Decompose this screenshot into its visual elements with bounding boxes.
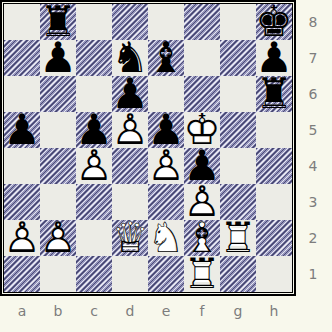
piece-black-pawn[interactable]: ♙♟ (256, 40, 292, 76)
piece-fill-glyph: ♗ (148, 40, 184, 76)
piece-white-pawn[interactable]: ♟♙ (184, 184, 220, 220)
file-label-e: e (148, 301, 184, 321)
piece-white-pawn[interactable]: ♟♙ (4, 220, 40, 256)
piece-white-pawn[interactable]: ♟♙ (112, 112, 148, 148)
square-h2[interactable] (256, 220, 292, 256)
square-f3[interactable]: ♟♙ (184, 184, 220, 220)
file-label-a: a (4, 301, 40, 321)
square-c6[interactable] (76, 76, 112, 112)
square-g5[interactable] (220, 112, 256, 148)
piece-fill-glyph: ♝ (184, 220, 220, 256)
piece-fill-glyph: ♞ (148, 220, 184, 256)
piece-fill-glyph: ♟ (76, 148, 112, 184)
square-d7[interactable]: ♘♞ (112, 40, 148, 76)
file-label-g: g (220, 301, 256, 321)
rank-label-6: 6 (300, 76, 326, 112)
piece-black-pawn[interactable]: ♙♟ (40, 40, 76, 76)
piece-black-pawn[interactable]: ♙♟ (148, 112, 184, 148)
file-label-b: b (40, 301, 76, 321)
square-c5[interactable]: ♙♟ (76, 112, 112, 148)
piece-black-bishop[interactable]: ♗♝ (148, 40, 184, 76)
piece-white-knight[interactable]: ♞♘ (148, 220, 184, 256)
piece-fill-glyph: ♜ (184, 256, 220, 292)
square-e2[interactable]: ♞♘ (148, 220, 184, 256)
square-c2[interactable] (76, 220, 112, 256)
square-b7[interactable]: ♙♟ (40, 40, 76, 76)
piece-fill-glyph: ♖ (40, 4, 76, 40)
piece-white-queen[interactable]: ♛♕ (112, 220, 148, 256)
square-d8[interactable] (112, 4, 148, 40)
piece-outline-glyph: ♟ (4, 112, 40, 148)
square-d4[interactable] (112, 148, 148, 184)
piece-white-rook[interactable]: ♜♖ (184, 256, 220, 292)
file-label-d: d (112, 301, 148, 321)
square-b3[interactable] (40, 184, 76, 220)
piece-outline-glyph: ♞ (112, 40, 148, 76)
square-g2[interactable]: ♜♖ (220, 220, 256, 256)
square-f6[interactable] (184, 76, 220, 112)
piece-outline-glyph: ♟ (184, 148, 220, 184)
piece-outline-glyph: ♔ (184, 112, 220, 148)
piece-fill-glyph: ♙ (256, 40, 292, 76)
piece-fill-glyph: ♟ (112, 112, 148, 148)
piece-outline-glyph: ♟ (256, 40, 292, 76)
square-d1[interactable] (112, 256, 148, 292)
piece-outline-glyph: ♚ (256, 4, 292, 40)
square-a5[interactable]: ♙♟ (4, 112, 40, 148)
square-e6[interactable] (148, 76, 184, 112)
square-g3[interactable] (220, 184, 256, 220)
square-g7[interactable] (220, 40, 256, 76)
square-d6[interactable]: ♙♟ (112, 76, 148, 112)
square-f8[interactable] (184, 4, 220, 40)
square-h4[interactable] (256, 148, 292, 184)
square-f5[interactable]: ♚♔ (184, 112, 220, 148)
piece-outline-glyph: ♖ (184, 256, 220, 292)
piece-black-king[interactable]: ♔♚ (256, 4, 292, 40)
piece-outline-glyph: ♟ (148, 112, 184, 148)
piece-outline-glyph: ♘ (148, 220, 184, 256)
piece-fill-glyph: ♟ (184, 184, 220, 220)
square-c8[interactable] (76, 4, 112, 40)
file-labels: abcdefgh (4, 301, 292, 321)
file-label-c: c (76, 301, 112, 321)
piece-white-pawn[interactable]: ♟♙ (76, 148, 112, 184)
square-c1[interactable] (76, 256, 112, 292)
piece-black-pawn[interactable]: ♙♟ (4, 112, 40, 148)
piece-fill-glyph: ♟ (40, 220, 76, 256)
square-a3[interactable] (4, 184, 40, 220)
piece-outline-glyph: ♜ (40, 4, 76, 40)
piece-fill-glyph: ♟ (4, 220, 40, 256)
piece-fill-glyph: ♙ (76, 112, 112, 148)
piece-white-pawn[interactable]: ♟♙ (40, 220, 76, 256)
piece-white-rook[interactable]: ♜♖ (220, 220, 256, 256)
square-h1[interactable] (256, 256, 292, 292)
rank-label-3: 3 (300, 184, 326, 220)
square-b5[interactable] (40, 112, 76, 148)
square-f2[interactable]: ♝♗ (184, 220, 220, 256)
square-e4[interactable]: ♟♙ (148, 148, 184, 184)
square-f7[interactable] (184, 40, 220, 76)
piece-outline-glyph: ♟ (76, 112, 112, 148)
piece-outline-glyph: ♙ (4, 220, 40, 256)
file-label-f: f (184, 301, 220, 321)
square-h3[interactable] (256, 184, 292, 220)
piece-outline-glyph: ♕ (112, 220, 148, 256)
piece-outline-glyph: ♙ (184, 184, 220, 220)
square-e8[interactable] (148, 4, 184, 40)
rank-label-5: 5 (300, 112, 326, 148)
square-d3[interactable] (112, 184, 148, 220)
piece-black-pawn[interactable]: ♙♟ (112, 76, 148, 112)
piece-fill-glyph: ♛ (112, 220, 148, 256)
piece-black-rook[interactable]: ♖♜ (256, 76, 292, 112)
square-g8[interactable] (220, 4, 256, 40)
rank-label-8: 8 (300, 4, 326, 40)
piece-fill-glyph: ♙ (4, 112, 40, 148)
piece-outline-glyph: ♜ (256, 76, 292, 112)
piece-outline-glyph: ♙ (148, 148, 184, 184)
square-g4[interactable] (220, 148, 256, 184)
square-a1[interactable] (4, 256, 40, 292)
rank-label-2: 2 (300, 220, 326, 256)
piece-black-pawn[interactable]: ♙♟ (76, 112, 112, 148)
piece-black-rook[interactable]: ♖♜ (40, 4, 76, 40)
square-e1[interactable] (148, 256, 184, 292)
piece-fill-glyph: ♟ (148, 148, 184, 184)
square-f4[interactable]: ♙♟ (184, 148, 220, 184)
square-b2[interactable]: ♟♙ (40, 220, 76, 256)
square-e3[interactable] (148, 184, 184, 220)
square-h7[interactable]: ♙♟ (256, 40, 292, 76)
piece-outline-glyph: ♙ (76, 148, 112, 184)
piece-fill-glyph: ♙ (148, 112, 184, 148)
square-b8[interactable]: ♖♜ (40, 4, 76, 40)
rank-label-1: 1 (300, 256, 326, 292)
piece-black-pawn[interactable]: ♙♟ (184, 148, 220, 184)
piece-outline-glyph: ♟ (40, 40, 76, 76)
rank-label-7: 7 (300, 40, 326, 76)
chess-board: ♖♜♔♚♙♟♘♞♗♝♙♟♙♟♖♜♙♟♙♟♟♙♙♟♚♔♟♙♟♙♙♟♟♙♟♙♟♙♛♕… (3, 3, 293, 293)
piece-outline-glyph: ♖ (220, 220, 256, 256)
square-e7[interactable]: ♗♝ (148, 40, 184, 76)
square-d5[interactable]: ♟♙ (112, 112, 148, 148)
piece-white-bishop[interactable]: ♝♗ (184, 220, 220, 256)
piece-outline-glyph: ♟ (112, 76, 148, 112)
piece-white-pawn[interactable]: ♟♙ (148, 148, 184, 184)
piece-fill-glyph: ♜ (220, 220, 256, 256)
rank-labels: 87654321 (300, 4, 326, 292)
rank-label-4: 4 (300, 148, 326, 184)
square-h6[interactable]: ♖♜ (256, 76, 292, 112)
square-a8[interactable] (4, 4, 40, 40)
square-b1[interactable] (40, 256, 76, 292)
piece-black-knight[interactable]: ♘♞ (112, 40, 148, 76)
piece-white-king[interactable]: ♚♔ (184, 112, 220, 148)
square-a6[interactable] (4, 76, 40, 112)
piece-fill-glyph: ♙ (112, 76, 148, 112)
piece-fill-glyph: ♔ (256, 4, 292, 40)
square-h5[interactable] (256, 112, 292, 148)
square-h8[interactable]: ♔♚ (256, 4, 292, 40)
square-e5[interactable]: ♙♟ (148, 112, 184, 148)
square-d2[interactable]: ♛♕ (112, 220, 148, 256)
square-b6[interactable] (40, 76, 76, 112)
piece-outline-glyph: ♗ (184, 220, 220, 256)
square-a2[interactable]: ♟♙ (4, 220, 40, 256)
file-label-h: h (256, 301, 292, 321)
square-b4[interactable] (40, 148, 76, 184)
piece-fill-glyph: ♘ (112, 40, 148, 76)
square-c7[interactable] (76, 40, 112, 76)
square-c4[interactable]: ♟♙ (76, 148, 112, 184)
piece-fill-glyph: ♙ (40, 40, 76, 76)
square-a4[interactable] (4, 148, 40, 184)
square-g6[interactable] (220, 76, 256, 112)
square-g1[interactable] (220, 256, 256, 292)
piece-fill-glyph: ♚ (184, 112, 220, 148)
square-a7[interactable] (4, 40, 40, 76)
piece-outline-glyph: ♙ (40, 220, 76, 256)
square-c3[interactable] (76, 184, 112, 220)
piece-outline-glyph: ♝ (148, 40, 184, 76)
square-f1[interactable]: ♜♖ (184, 256, 220, 292)
piece-fill-glyph: ♖ (256, 76, 292, 112)
piece-fill-glyph: ♙ (184, 148, 220, 184)
piece-outline-glyph: ♙ (112, 112, 148, 148)
